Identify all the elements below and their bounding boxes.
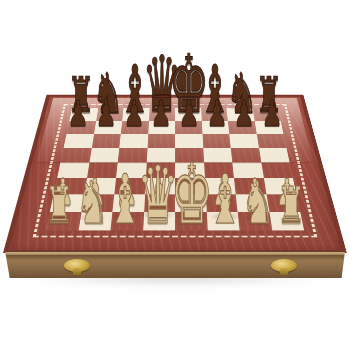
piece-white-bishop-f1: ♝ (207, 165, 242, 233)
piece-black-pawn-a7: ♟ (68, 96, 89, 132)
piece-black-pawn-g7: ♟ (234, 96, 255, 132)
piece-white-knight-b1: ♞ (76, 174, 109, 233)
piece-white-knight-g1: ♞ (241, 174, 274, 233)
piece-white-king-e1: ♚ (170, 152, 212, 235)
piece-black-pawn-f7: ♟ (206, 96, 227, 132)
piece-black-pawn-e7: ♟ (178, 96, 199, 132)
pieces-layer: ♜♞♝♛♚♝♞♜♟♟♟♟♟♟♟♟♟♟♟♟♟♟♟♟♜♞♝♛♚♝♞♜ (0, 0, 350, 350)
piece-black-pawn-d7: ♟ (151, 96, 172, 132)
piece-black-pawn-c7: ♟ (123, 96, 144, 132)
chess-set-photo: ♜♞♝♛♚♝♞♜♟♟♟♟♟♟♟♟♟♟♟♟♟♟♟♟♜♞♝♛♚♝♞♜ (0, 0, 350, 350)
piece-black-pawn-b7: ♟ (95, 96, 116, 132)
piece-white-rook-a1: ♜ (45, 181, 74, 232)
piece-white-rook-h1: ♜ (277, 181, 306, 232)
piece-black-pawn-h7: ♟ (261, 96, 282, 132)
